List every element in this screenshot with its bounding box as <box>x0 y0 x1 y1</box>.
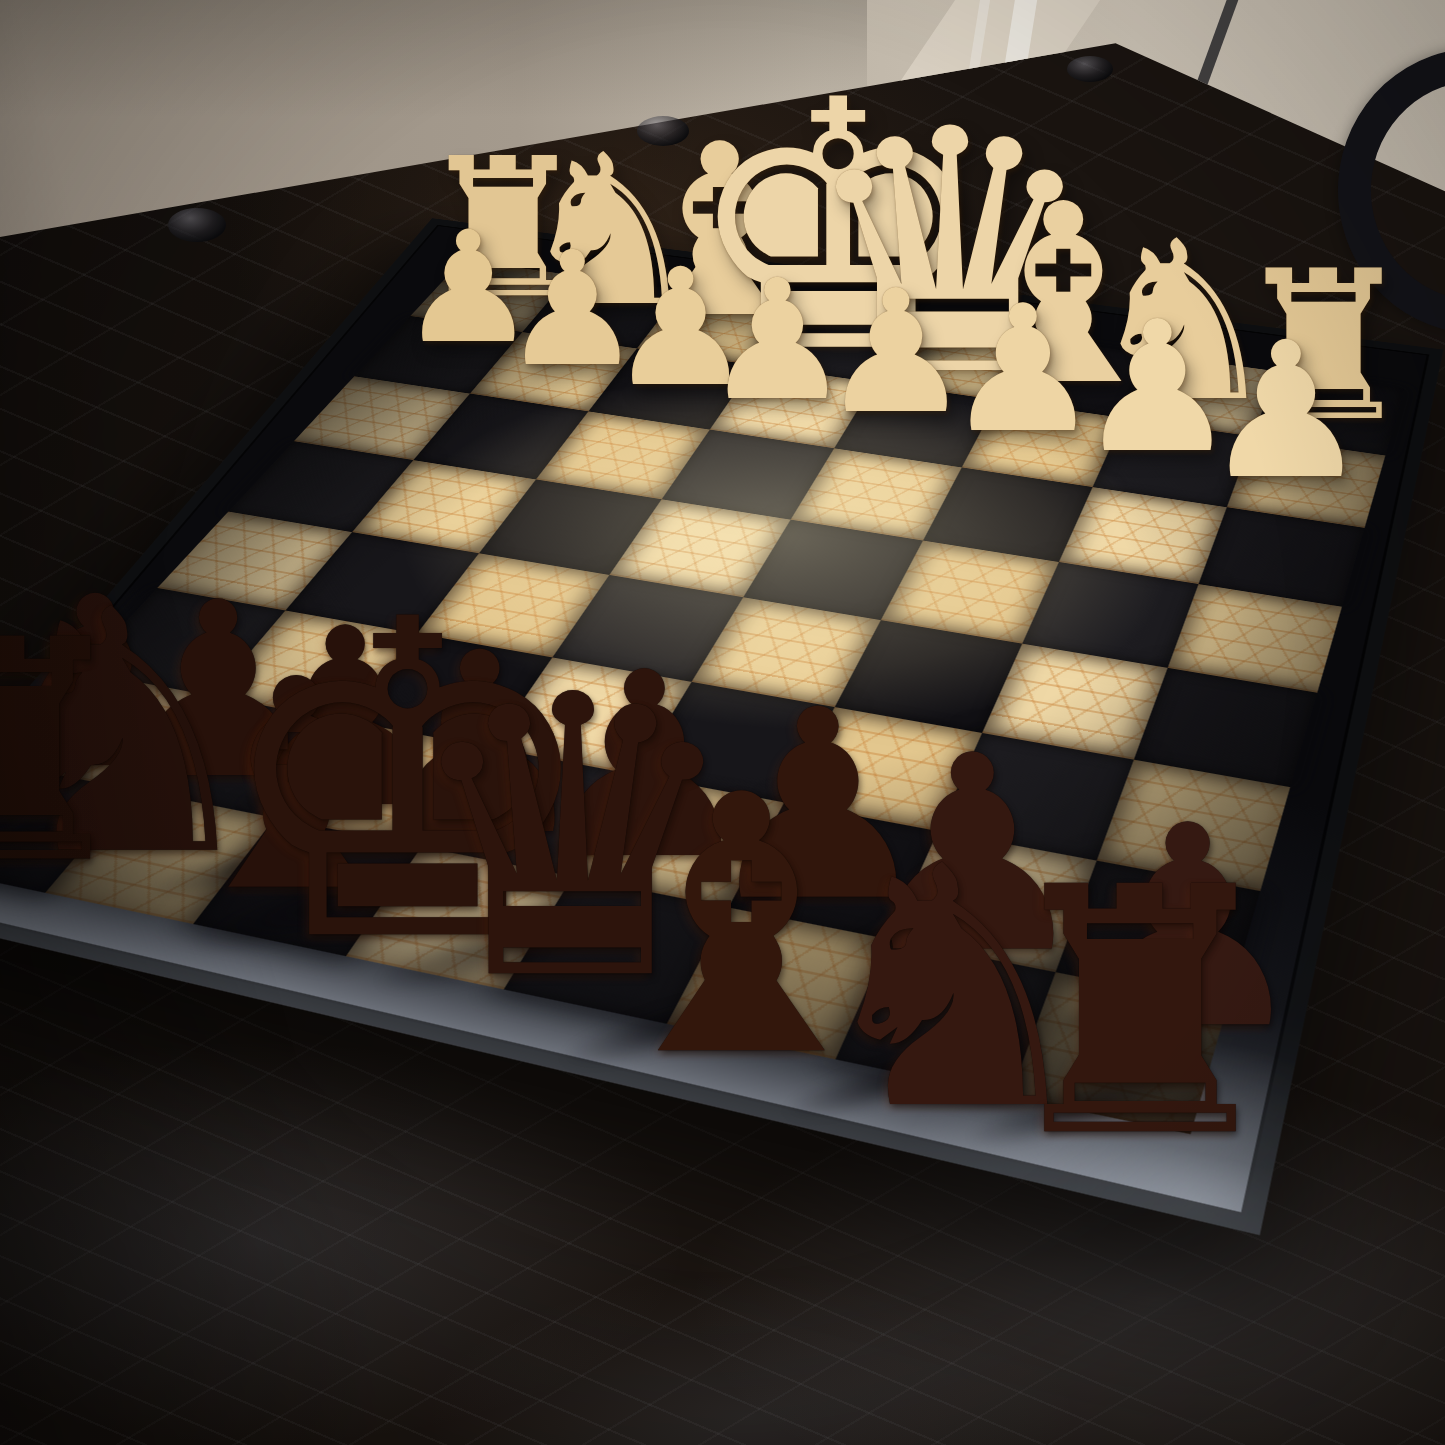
piece-black-rook-h8[interactable]: ♜ <box>0 600 141 905</box>
piece-black-rook-a8[interactable]: ♜ <box>988 843 1293 1183</box>
chess-photo-scene: ♜♞♝♚♟♛♟♝♟♞♟♟♜♟♟♟♟♟♟♟♞♜♟♝♟♚♟♛♟♝♞♜ <box>0 0 1445 1445</box>
piece-white-pawn-a2[interactable]: ♟ <box>1202 317 1371 505</box>
pieces-layer: ♜♞♝♚♟♛♟♝♟♞♟♟♜♟♟♟♟♟♟♟♞♜♟♝♟♚♟♛♟♝♞♜ <box>0 0 1445 1445</box>
